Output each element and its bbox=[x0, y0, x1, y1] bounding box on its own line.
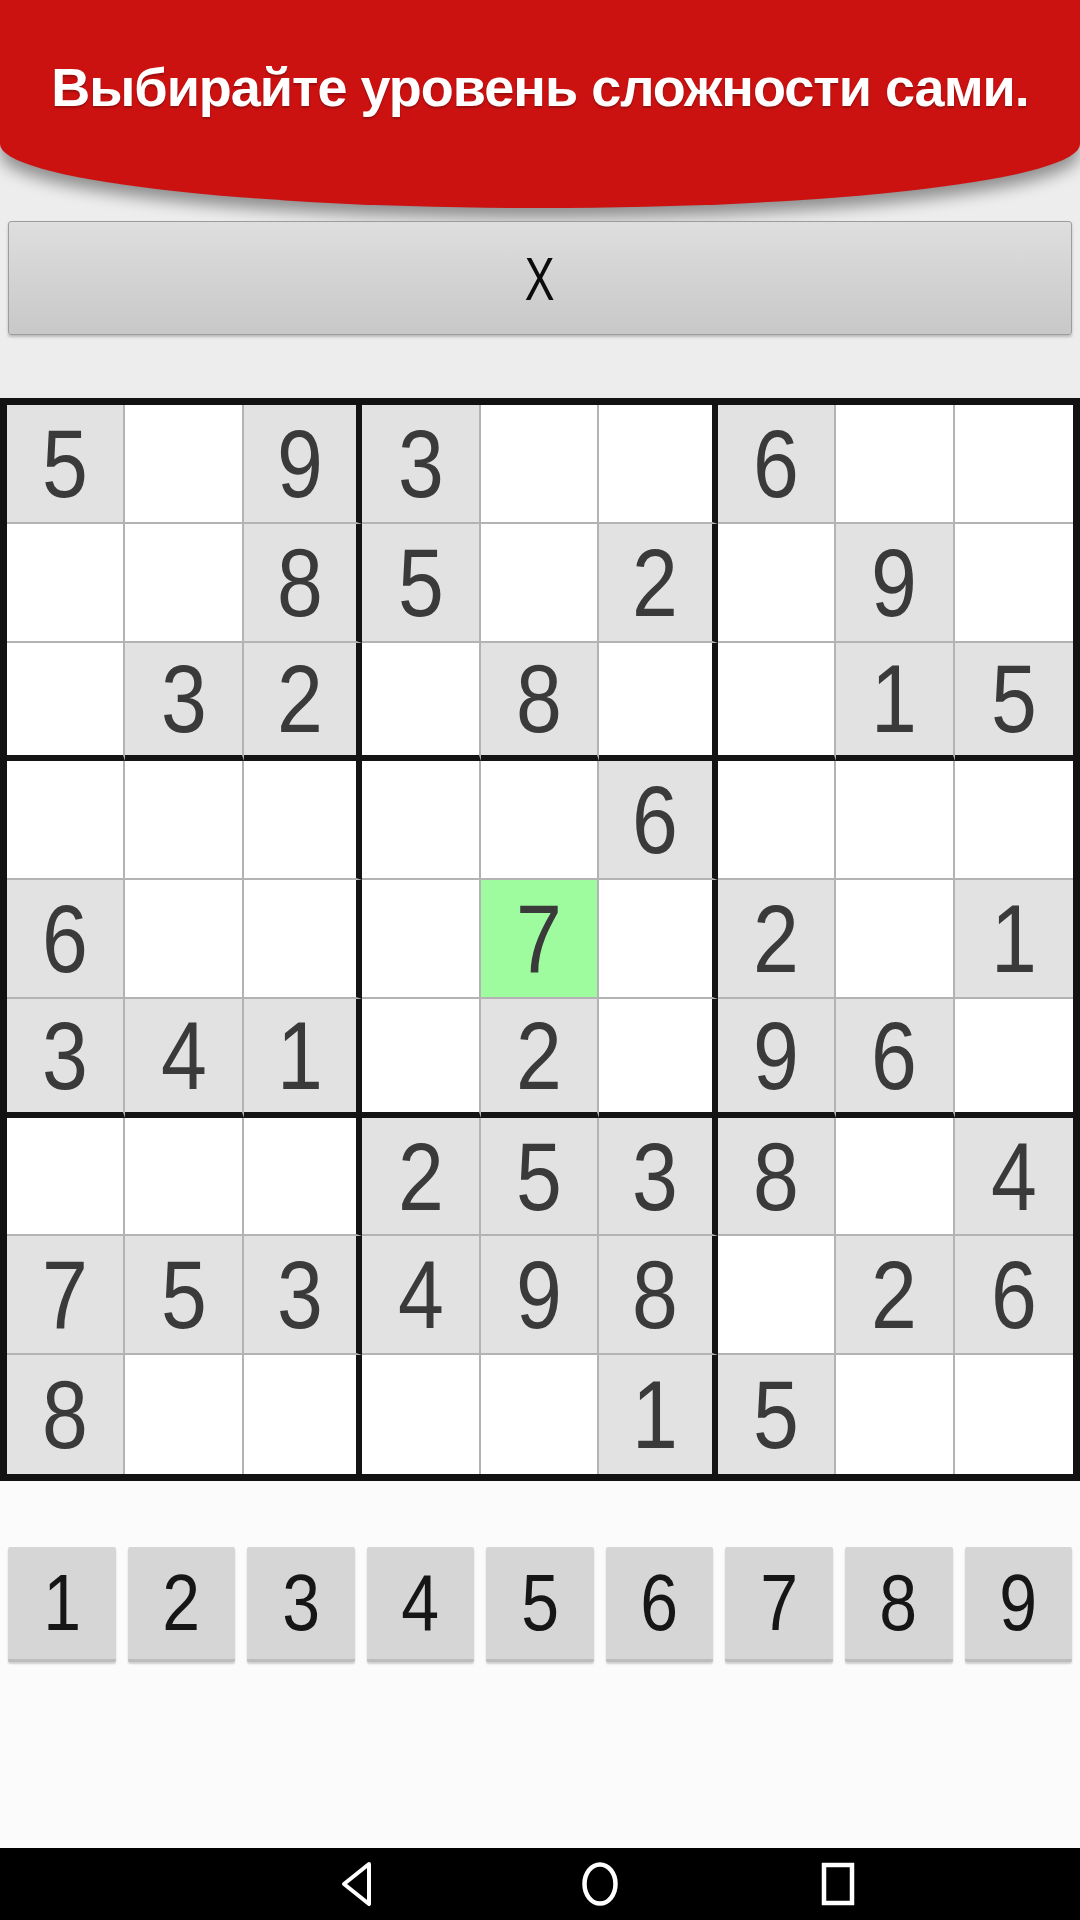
numpad-key-label: 5 bbox=[521, 1563, 559, 1643]
numpad-key-9[interactable]: 9 bbox=[965, 1547, 1073, 1662]
cell-r9c8[interactable] bbox=[836, 1355, 954, 1474]
cell-r6c5[interactable]: 2 bbox=[481, 999, 599, 1118]
cell-digit: 4 bbox=[991, 1128, 1037, 1225]
cell-r5c3[interactable] bbox=[244, 880, 362, 999]
cell-digit: 2 bbox=[516, 1007, 562, 1104]
numpad-key-label: 4 bbox=[402, 1563, 440, 1643]
cell-digit: 2 bbox=[277, 650, 323, 747]
cell-digit: 8 bbox=[632, 1246, 678, 1343]
cell-r3c4[interactable] bbox=[362, 643, 480, 762]
cell-r3c7[interactable] bbox=[718, 643, 836, 762]
cell-r3c9[interactable]: 5 bbox=[955, 643, 1073, 762]
numpad-key-8[interactable]: 8 bbox=[845, 1547, 953, 1662]
android-nav-bar bbox=[0, 1848, 1080, 1920]
numpad-key-6[interactable]: 6 bbox=[606, 1547, 714, 1662]
cell-r7c8[interactable] bbox=[836, 1118, 954, 1237]
cell-r3c3[interactable]: 2 bbox=[244, 643, 362, 762]
cell-r2c8[interactable]: 9 bbox=[836, 524, 954, 643]
cell-r5c6[interactable] bbox=[599, 880, 717, 999]
cell-digit: 6 bbox=[871, 1007, 917, 1104]
numpad-key-label: 1 bbox=[43, 1563, 81, 1643]
cell-digit: 3 bbox=[398, 415, 444, 512]
cell-r1c6[interactable] bbox=[599, 405, 717, 524]
cell-r6c6[interactable] bbox=[599, 999, 717, 1118]
cell-digit: 9 bbox=[277, 415, 323, 512]
cell-digit: 5 bbox=[991, 650, 1037, 747]
cell-r4c1[interactable] bbox=[7, 761, 125, 880]
numpad-key-label: 6 bbox=[641, 1563, 679, 1643]
cell-r3c5[interactable]: 8 bbox=[481, 643, 599, 762]
cell-r1c2[interactable] bbox=[125, 405, 243, 524]
cell-digit: 3 bbox=[42, 1007, 88, 1104]
cell-r8c7[interactable] bbox=[718, 1236, 836, 1355]
cell-r8c9[interactable]: 6 bbox=[955, 1236, 1073, 1355]
numpad-key-label: 8 bbox=[880, 1563, 918, 1643]
ad-banner[interactable]: Выбирайте уровень сложности сами. bbox=[0, 0, 1080, 208]
cell-digit: 7 bbox=[516, 890, 562, 987]
cell-r3c1[interactable] bbox=[7, 643, 125, 762]
cell-digit: 7 bbox=[42, 1246, 88, 1343]
cell-digit: 8 bbox=[42, 1366, 88, 1463]
numpad-key-label: 2 bbox=[162, 1563, 200, 1643]
ad-banner-text: Выбирайте уровень сложности сами. bbox=[51, 56, 1029, 118]
cell-r8c3[interactable]: 3 bbox=[244, 1236, 362, 1355]
cell-r1c3[interactable]: 9 bbox=[244, 405, 362, 524]
cell-digit: 6 bbox=[632, 771, 678, 868]
cell-digit: 9 bbox=[753, 1007, 799, 1104]
numpad-key-label: 7 bbox=[760, 1563, 798, 1643]
cell-digit: 5 bbox=[42, 415, 88, 512]
cell-r2c9[interactable] bbox=[955, 524, 1073, 643]
cell-r6c8[interactable]: 6 bbox=[836, 999, 954, 1118]
cell-r5c1[interactable]: 6 bbox=[7, 880, 125, 999]
cell-digit: 6 bbox=[753, 415, 799, 512]
cell-r3c6[interactable] bbox=[599, 643, 717, 762]
cell-digit: 2 bbox=[632, 534, 678, 631]
cell-r7c9[interactable]: 4 bbox=[955, 1118, 1073, 1237]
cell-digit: 5 bbox=[398, 534, 444, 631]
home-icon[interactable] bbox=[580, 1860, 620, 1908]
cell-digit: 2 bbox=[753, 890, 799, 987]
cell-r7c6[interactable]: 3 bbox=[599, 1118, 717, 1237]
cell-digit: 1 bbox=[277, 1007, 323, 1104]
cell-digit: 4 bbox=[398, 1246, 444, 1343]
cell-digit: 6 bbox=[42, 890, 88, 987]
cell-r9c1[interactable]: 8 bbox=[7, 1355, 125, 1474]
cell-r5c2[interactable] bbox=[125, 880, 243, 999]
cell-digit: 5 bbox=[753, 1366, 799, 1463]
cell-r1c8[interactable] bbox=[836, 405, 954, 524]
cell-digit: 8 bbox=[516, 650, 562, 747]
cell-digit: 4 bbox=[161, 1007, 207, 1104]
cell-r1c5[interactable] bbox=[481, 405, 599, 524]
cell-r4c7[interactable] bbox=[718, 761, 836, 880]
cell-r9c3[interactable] bbox=[244, 1355, 362, 1474]
back-icon[interactable] bbox=[339, 1860, 373, 1908]
numpad-key-7[interactable]: 7 bbox=[725, 1547, 833, 1662]
cell-r6c7[interactable]: 9 bbox=[718, 999, 836, 1118]
cell-r8c1[interactable]: 7 bbox=[7, 1236, 125, 1355]
numpad-key-label: 9 bbox=[999, 1563, 1037, 1643]
cell-digit: 9 bbox=[871, 534, 917, 631]
numpad-key-label: 3 bbox=[282, 1563, 320, 1643]
cell-r6c1[interactable]: 3 bbox=[7, 999, 125, 1118]
cell-r9c6[interactable]: 1 bbox=[599, 1355, 717, 1474]
cell-digit: 6 bbox=[991, 1246, 1037, 1343]
sudoku-grid: 5936852932815667213412962538475349826815 bbox=[0, 398, 1080, 1481]
cell-r7c1[interactable] bbox=[7, 1118, 125, 1237]
cell-r7c7[interactable]: 8 bbox=[718, 1118, 836, 1237]
cell-r2c6[interactable]: 2 bbox=[599, 524, 717, 643]
cell-r6c2[interactable]: 4 bbox=[125, 999, 243, 1118]
cell-r4c2[interactable] bbox=[125, 761, 243, 880]
cell-r5c5[interactable]: 7 bbox=[481, 880, 599, 999]
numpad-key-1[interactable]: 1 bbox=[8, 1547, 116, 1662]
cell-digit: 5 bbox=[161, 1246, 207, 1343]
numpad-key-3[interactable]: 3 bbox=[247, 1547, 355, 1662]
cell-r1c1[interactable]: 5 bbox=[7, 405, 125, 524]
cell-digit: 5 bbox=[516, 1128, 562, 1225]
cell-r5c4[interactable] bbox=[362, 880, 480, 999]
cell-digit: 3 bbox=[161, 650, 207, 747]
numpad-key-4[interactable]: 4 bbox=[367, 1547, 475, 1662]
cell-r8c5[interactable]: 9 bbox=[481, 1236, 599, 1355]
cell-r2c5[interactable] bbox=[481, 524, 599, 643]
cell-r6c9[interactable] bbox=[955, 999, 1073, 1118]
cell-r6c3[interactable]: 1 bbox=[244, 999, 362, 1118]
cell-digit: 2 bbox=[398, 1128, 444, 1225]
cell-r9c5[interactable] bbox=[481, 1355, 599, 1474]
cell-r5c9[interactable]: 1 bbox=[955, 880, 1073, 999]
cell-r5c8[interactable] bbox=[836, 880, 954, 999]
cell-r9c4[interactable] bbox=[362, 1355, 480, 1474]
cell-digit: 2 bbox=[871, 1246, 917, 1343]
cell-r1c7[interactable]: 6 bbox=[718, 405, 836, 524]
cell-digit: 9 bbox=[516, 1246, 562, 1343]
cell-digit: 1 bbox=[991, 890, 1037, 987]
cell-r1c4[interactable]: 3 bbox=[362, 405, 480, 524]
cell-r9c2[interactable] bbox=[125, 1355, 243, 1474]
cell-r4c5[interactable] bbox=[481, 761, 599, 880]
cell-r2c2[interactable] bbox=[125, 524, 243, 643]
cell-digit: 3 bbox=[632, 1128, 678, 1225]
cell-r4c9[interactable] bbox=[955, 761, 1073, 880]
cell-r4c6[interactable]: 6 bbox=[599, 761, 717, 880]
cell-r4c3[interactable] bbox=[244, 761, 362, 880]
cell-digit: 1 bbox=[871, 650, 917, 747]
cell-r7c2[interactable] bbox=[125, 1118, 243, 1237]
cell-r9c7[interactable]: 5 bbox=[718, 1355, 836, 1474]
cell-digit: 1 bbox=[632, 1366, 678, 1463]
cell-r1c9[interactable] bbox=[955, 405, 1073, 524]
cell-r2c4[interactable]: 5 bbox=[362, 524, 480, 643]
cell-r4c8[interactable] bbox=[836, 761, 954, 880]
numpad-key-5[interactable]: 5 bbox=[486, 1547, 594, 1662]
cell-r8c2[interactable]: 5 bbox=[125, 1236, 243, 1355]
cell-r4c4[interactable] bbox=[362, 761, 480, 880]
close-ad-button[interactable]: X bbox=[8, 221, 1072, 335]
cell-r2c7[interactable] bbox=[718, 524, 836, 643]
cell-r8c6[interactable]: 8 bbox=[599, 1236, 717, 1355]
cell-r3c8[interactable]: 1 bbox=[836, 643, 954, 762]
number-pad: 123456789 bbox=[0, 1547, 1080, 1662]
numpad-key-2[interactable]: 2 bbox=[128, 1547, 236, 1662]
recents-icon[interactable] bbox=[820, 1861, 856, 1907]
cell-r3c2[interactable]: 3 bbox=[125, 643, 243, 762]
cell-r7c3[interactable] bbox=[244, 1118, 362, 1237]
cell-r2c3[interactable]: 8 bbox=[244, 524, 362, 643]
cell-r8c8[interactable]: 2 bbox=[836, 1236, 954, 1355]
cell-r2c1[interactable] bbox=[7, 524, 125, 643]
cell-r9c9[interactable] bbox=[955, 1355, 1073, 1474]
cell-r7c4[interactable]: 2 bbox=[362, 1118, 480, 1237]
lower-background bbox=[0, 1481, 1080, 1848]
cell-digit: 8 bbox=[277, 534, 323, 631]
cell-r5c7[interactable]: 2 bbox=[718, 880, 836, 999]
cell-digit: 8 bbox=[753, 1128, 799, 1225]
cell-r6c4[interactable] bbox=[362, 999, 480, 1118]
close-icon: X bbox=[525, 243, 555, 314]
cell-r8c4[interactable]: 4 bbox=[362, 1236, 480, 1355]
cell-digit: 3 bbox=[277, 1246, 323, 1343]
cell-r7c5[interactable]: 5 bbox=[481, 1118, 599, 1237]
